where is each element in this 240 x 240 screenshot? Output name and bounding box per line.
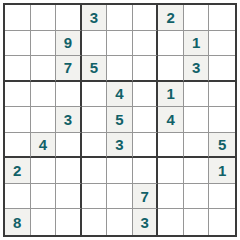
sudoku-cell-r6c5[interactable]: 3 (107, 133, 133, 159)
sudoku-cell-r5c9[interactable] (209, 107, 235, 133)
given-digit: 4 (39, 137, 47, 152)
given-digit: 1 (218, 163, 226, 178)
given-digit: 2 (13, 163, 21, 178)
given-digit: 5 (218, 137, 226, 152)
given-digit: 7 (140, 189, 148, 204)
given-digit: 9 (64, 35, 72, 50)
sudoku-cell-r4c6[interactable] (133, 82, 159, 108)
sudoku-cell-r4c7[interactable]: 1 (158, 82, 184, 108)
sudoku-cell-r7c9[interactable]: 1 (209, 158, 235, 184)
sudoku-cell-r3c2[interactable] (31, 56, 57, 82)
sudoku-cell-r3c4[interactable]: 5 (82, 56, 108, 82)
sudoku-cell-r7c4[interactable] (82, 158, 108, 184)
sudoku-cell-r7c7[interactable] (158, 158, 184, 184)
sudoku-cell-r2c9[interactable] (209, 31, 235, 57)
sudoku-cell-r1c1[interactable] (5, 5, 31, 31)
sudoku-cell-r8c5[interactable] (107, 184, 133, 210)
sudoku-cell-r7c2[interactable] (31, 158, 57, 184)
sudoku-cell-r6c9[interactable]: 5 (209, 133, 235, 159)
sudoku-cell-r9c3[interactable] (56, 209, 82, 235)
sudoku-cell-r5c7[interactable]: 4 (158, 107, 184, 133)
sudoku-cell-r7c6[interactable] (133, 158, 159, 184)
sudoku-cell-r2c6[interactable] (133, 31, 159, 57)
sudoku-cell-r5c5[interactable]: 5 (107, 107, 133, 133)
given-digit: 8 (13, 215, 21, 230)
sudoku-cell-r5c1[interactable] (5, 107, 31, 133)
sudoku-cell-r5c6[interactable] (133, 107, 159, 133)
given-digit: 1 (192, 35, 200, 50)
sudoku-cell-r1c7[interactable]: 2 (158, 5, 184, 31)
sudoku-cell-r9c2[interactable] (31, 209, 57, 235)
sudoku-cell-r3c8[interactable]: 3 (184, 56, 210, 82)
sudoku-cell-r4c1[interactable] (5, 82, 31, 108)
sudoku-cell-r9c4[interactable] (82, 209, 108, 235)
sudoku-cell-r3c3[interactable]: 7 (56, 56, 82, 82)
sudoku-cell-r4c4[interactable] (82, 82, 108, 108)
sudoku-cell-r3c6[interactable] (133, 56, 159, 82)
sudoku-cell-r8c9[interactable] (209, 184, 235, 210)
sudoku-cell-r1c5[interactable] (107, 5, 133, 31)
sudoku-cell-r8c7[interactable] (158, 184, 184, 210)
sudoku-cell-r6c4[interactable] (82, 133, 108, 159)
sudoku-cell-r7c1[interactable]: 2 (5, 158, 31, 184)
sudoku-cell-r3c5[interactable] (107, 56, 133, 82)
sudoku-cell-r8c3[interactable] (56, 184, 82, 210)
sudoku-cell-r6c6[interactable] (133, 133, 159, 159)
sudoku-cell-r4c8[interactable] (184, 82, 210, 108)
sudoku-cell-r6c1[interactable] (5, 133, 31, 159)
given-digit: 5 (90, 60, 98, 75)
sudoku-cell-r1c3[interactable] (56, 5, 82, 31)
sudoku-cell-r2c7[interactable] (158, 31, 184, 57)
sudoku-cell-r7c8[interactable] (184, 158, 210, 184)
sudoku-cell-r4c2[interactable] (31, 82, 57, 108)
sudoku-cell-r9c9[interactable] (209, 209, 235, 235)
sudoku-cell-r5c4[interactable] (82, 107, 108, 133)
sudoku-cell-r1c2[interactable] (31, 5, 57, 31)
sudoku-cell-r5c8[interactable] (184, 107, 210, 133)
sudoku-cell-r7c5[interactable] (107, 158, 133, 184)
sudoku-cell-r8c4[interactable] (82, 184, 108, 210)
sudoku-cell-r6c3[interactable] (56, 133, 82, 159)
sudoku-cell-r7c3[interactable] (56, 158, 82, 184)
sudoku-cell-r8c6[interactable]: 7 (133, 184, 159, 210)
sudoku-cell-r9c8[interactable] (184, 209, 210, 235)
sudoku-cell-r9c5[interactable] (107, 209, 133, 235)
given-digit: 3 (90, 10, 98, 25)
sudoku-cell-r1c4[interactable]: 3 (82, 5, 108, 31)
sudoku-cell-r5c2[interactable] (31, 107, 57, 133)
sudoku-cell-r4c9[interactable] (209, 82, 235, 108)
sudoku-cell-r2c8[interactable]: 1 (184, 31, 210, 57)
sudoku-cell-r6c8[interactable] (184, 133, 210, 159)
given-digit: 5 (115, 112, 123, 127)
sudoku-cell-r2c5[interactable] (107, 31, 133, 57)
sudoku-cell-r2c1[interactable] (5, 31, 31, 57)
given-digit: 7 (64, 60, 72, 75)
sudoku-cell-r5c3[interactable]: 3 (56, 107, 82, 133)
sudoku-cell-r1c6[interactable] (133, 5, 159, 31)
sudoku-cell-r2c2[interactable] (31, 31, 57, 57)
given-digit: 3 (192, 60, 200, 75)
sudoku-cell-r2c3[interactable]: 9 (56, 31, 82, 57)
given-digit: 3 (64, 112, 72, 127)
sudoku-cell-r1c8[interactable] (184, 5, 210, 31)
sudoku-cell-r3c1[interactable] (5, 56, 31, 82)
sudoku-board: 32917534135443521783 (3, 3, 237, 237)
given-digit: 4 (166, 112, 174, 127)
sudoku-cell-r6c2[interactable]: 4 (31, 133, 57, 159)
sudoku-cell-r9c6[interactable]: 3 (133, 209, 159, 235)
sudoku-cell-r8c2[interactable] (31, 184, 57, 210)
given-digit: 1 (166, 86, 174, 101)
sudoku-cell-r9c7[interactable] (158, 209, 184, 235)
given-digit: 3 (140, 215, 148, 230)
sudoku-cell-r3c7[interactable] (158, 56, 184, 82)
sudoku-cell-r4c3[interactable] (56, 82, 82, 108)
sudoku-cell-r2c4[interactable] (82, 31, 108, 57)
sudoku-cell-r8c8[interactable] (184, 184, 210, 210)
given-digit: 4 (115, 86, 123, 101)
given-digit: 2 (166, 10, 174, 25)
sudoku-cell-r8c1[interactable] (5, 184, 31, 210)
given-digit: 3 (115, 137, 123, 152)
sudoku-cell-r1c9[interactable] (209, 5, 235, 31)
sudoku-cell-r3c9[interactable] (209, 56, 235, 82)
sudoku-cell-r4c5[interactable]: 4 (107, 82, 133, 108)
sudoku-cell-r9c1[interactable]: 8 (5, 209, 31, 235)
sudoku-cell-r6c7[interactable] (158, 133, 184, 159)
